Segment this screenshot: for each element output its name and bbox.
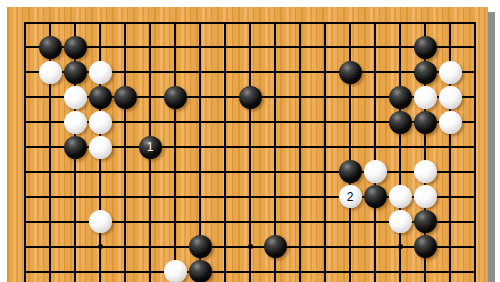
white-stone	[389, 210, 412, 233]
grid-horizontal-line	[24, 46, 476, 48]
white-stone	[439, 61, 462, 84]
white-stone	[364, 160, 387, 183]
move-number-label: 2	[347, 191, 354, 203]
white-stone-move-2: 2	[339, 185, 362, 208]
grid-vertical-line	[324, 22, 326, 282]
black-stone	[414, 210, 437, 233]
grid-horizontal-line	[24, 22, 476, 24]
grid-vertical-line	[174, 22, 176, 282]
grid-vertical-line	[399, 22, 401, 282]
white-stone	[39, 61, 62, 84]
board-drop-shadow	[488, 12, 495, 282]
grid-vertical-line	[249, 22, 251, 282]
white-stone	[414, 160, 437, 183]
star-point	[398, 244, 403, 249]
grid-horizontal-line	[24, 271, 476, 273]
white-stone	[89, 136, 112, 159]
black-stone	[389, 111, 412, 134]
grid-vertical-line	[224, 22, 226, 282]
black-stone	[339, 61, 362, 84]
black-stone	[389, 86, 412, 109]
white-stone	[89, 111, 112, 134]
white-stone	[389, 185, 412, 208]
star-point	[98, 244, 103, 249]
black-stone	[114, 86, 137, 109]
grid-vertical-line	[24, 22, 26, 282]
grid-horizontal-line	[24, 171, 476, 173]
white-stone	[164, 260, 187, 282]
screenshot-frame: 12	[0, 0, 500, 282]
go-board[interactable]: 12	[7, 7, 488, 282]
grid-vertical-line	[124, 22, 126, 282]
black-stone	[64, 61, 87, 84]
black-stone	[64, 36, 87, 59]
grid-vertical-line	[299, 22, 301, 282]
white-stone	[414, 185, 437, 208]
white-stone	[439, 111, 462, 134]
black-stone	[414, 36, 437, 59]
black-stone	[164, 86, 187, 109]
grid-vertical-line	[474, 22, 476, 282]
black-stone-move-1: 1	[139, 136, 162, 159]
black-stone	[364, 185, 387, 208]
grid-vertical-line	[374, 22, 376, 282]
black-stone	[339, 160, 362, 183]
white-stone	[64, 86, 87, 109]
black-stone	[414, 235, 437, 258]
black-stone	[64, 136, 87, 159]
black-stone	[189, 235, 212, 258]
black-stone	[39, 36, 62, 59]
black-stone	[414, 111, 437, 134]
black-stone	[239, 86, 262, 109]
white-stone	[439, 86, 462, 109]
white-stone	[89, 61, 112, 84]
black-stone	[189, 260, 212, 282]
white-stone	[64, 111, 87, 134]
star-point	[248, 244, 253, 249]
black-stone	[89, 86, 112, 109]
white-stone	[414, 86, 437, 109]
move-number-label: 1	[147, 141, 154, 153]
black-stone	[414, 61, 437, 84]
white-stone	[89, 210, 112, 233]
black-stone	[264, 235, 287, 258]
